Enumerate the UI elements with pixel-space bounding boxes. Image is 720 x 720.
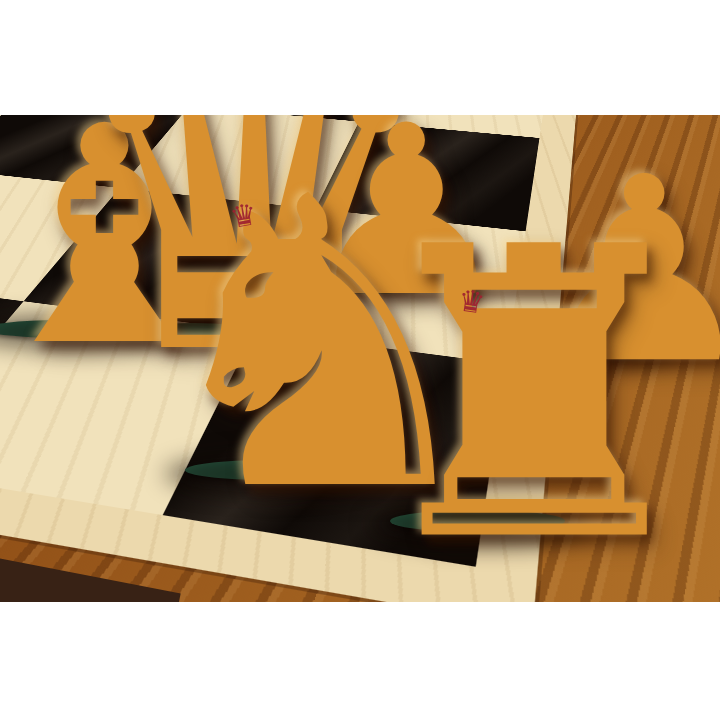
board-photo: ♝ ♛ ♟ ♟ ♞ ♜ ♛ ♛ [0, 115, 720, 602]
red-crown-stamp-knight: ♛ [228, 199, 260, 233]
screenshot: ♝ ♛ ♟ ♟ ♞ ♜ ♛ ♛ [0, 0, 720, 720]
red-crown-stamp-rook: ♛ [456, 285, 487, 318]
white-backdrop-top [0, 0, 720, 115]
rook-glyph: ♜ [355, 196, 714, 596]
white-backdrop-bottom [0, 602, 720, 720]
piece-rook: ♜ [355, 196, 714, 596]
